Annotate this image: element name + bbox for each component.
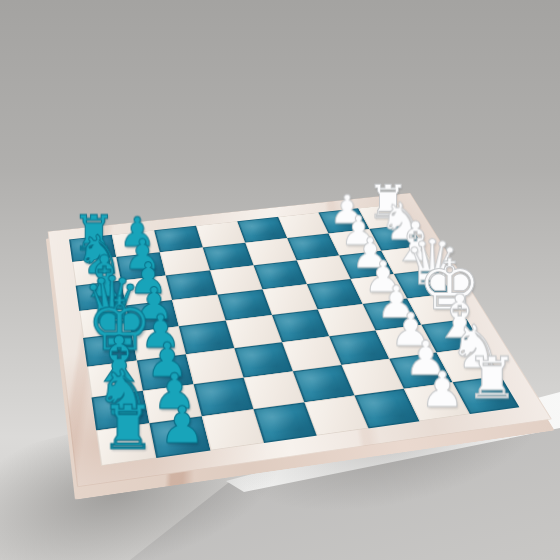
square-e5 <box>226 315 282 348</box>
square-g4 <box>293 365 355 402</box>
white-pawn-h2: ♟ <box>416 367 468 412</box>
white-rook-h1: ♜ <box>466 352 518 405</box>
scene: ♜♟♟♜♞♟♟♞♝♟♟♝♛♟♟♛♚♟♟♚♝♟♟♝♞♟♟♞♜♟♟♜ <box>0 0 560 560</box>
square-h7: ♟ <box>149 416 210 458</box>
square-h8: ♜ <box>96 423 156 466</box>
teal-pawn-h7: ♟ <box>155 402 209 449</box>
square-h6 <box>202 409 264 450</box>
teal-rook-h8: ♜ <box>100 400 155 456</box>
board-grid: ♜♟♟♜♞♟♟♞♝♟♟♝♛♟♟♛♚♟♟♚♝♟♟♝♞♟♟♞♜♟♟♜ <box>69 204 519 466</box>
square-d4 <box>263 284 318 315</box>
square-f4 <box>282 336 341 371</box>
